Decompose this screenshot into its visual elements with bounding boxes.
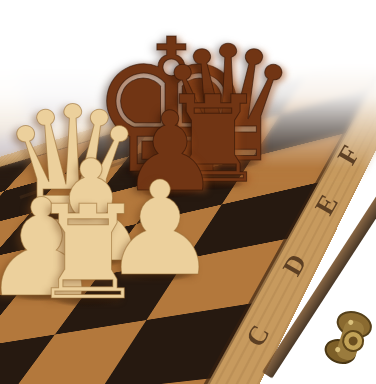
chess-photo-stage: C D E F ♚ ♛ ♜ ♟ ♛ ♟ ♟ ♜ ♟: [0, 0, 376, 384]
light-rook-piece: ♜: [23, 188, 153, 318]
